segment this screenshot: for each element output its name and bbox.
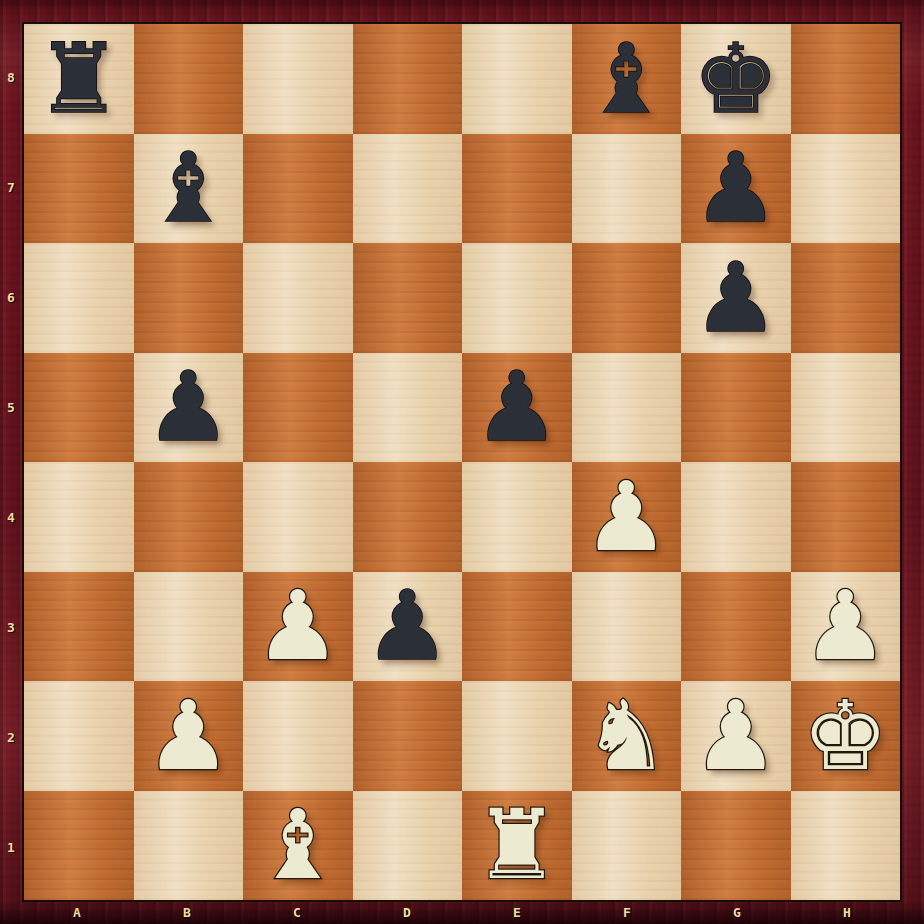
square-d7[interactable] (353, 134, 463, 244)
rank-label-8: 8 (0, 22, 22, 132)
black-pawn[interactable]: ♟ (145, 359, 231, 455)
file-label-a: A (22, 902, 132, 922)
square-b7[interactable]: ♝ (134, 134, 244, 244)
square-b3[interactable] (134, 572, 244, 682)
white-pawn[interactable]: ♟ (583, 469, 669, 565)
white-pawn[interactable]: ♟ (255, 578, 341, 674)
square-c3[interactable]: ♟ (243, 572, 353, 682)
square-d2[interactable] (353, 681, 463, 791)
square-e7[interactable] (462, 134, 572, 244)
square-b8[interactable] (134, 24, 244, 134)
square-c5[interactable] (243, 353, 353, 463)
white-knight[interactable]: ♞ (583, 688, 669, 784)
black-pawn[interactable]: ♟ (693, 250, 779, 346)
square-d6[interactable] (353, 243, 463, 353)
file-label-c: C (242, 902, 352, 922)
file-label-b: B (132, 902, 242, 922)
square-d3[interactable]: ♟ (353, 572, 463, 682)
square-h3[interactable]: ♟ (791, 572, 901, 682)
square-d1[interactable] (353, 791, 463, 901)
square-c4[interactable] (243, 462, 353, 572)
square-a5[interactable] (24, 353, 134, 463)
black-pawn[interactable]: ♟ (364, 578, 450, 674)
square-f2[interactable]: ♞ (572, 681, 682, 791)
black-pawn[interactable]: ♟ (474, 359, 560, 455)
black-bishop[interactable]: ♝ (583, 31, 669, 127)
white-pawn[interactable]: ♟ (802, 578, 888, 674)
file-label-d: D (352, 902, 462, 922)
black-bishop[interactable]: ♝ (145, 140, 231, 236)
square-a1[interactable] (24, 791, 134, 901)
square-c7[interactable] (243, 134, 353, 244)
square-a8[interactable]: ♜ (24, 24, 134, 134)
square-e4[interactable] (462, 462, 572, 572)
square-c6[interactable] (243, 243, 353, 353)
square-f5[interactable] (572, 353, 682, 463)
file-label-h: H (792, 902, 902, 922)
square-g7[interactable]: ♟ (681, 134, 791, 244)
square-b5[interactable]: ♟ (134, 353, 244, 463)
square-f8[interactable]: ♝ (572, 24, 682, 134)
square-f1[interactable] (572, 791, 682, 901)
rank-label-6: 6 (0, 242, 22, 352)
square-b4[interactable] (134, 462, 244, 572)
white-king[interactable]: ♚ (802, 688, 888, 784)
square-c2[interactable] (243, 681, 353, 791)
board-frame: ♜♝♚♝♟♟♟♟♟♟♟♟♟♞♟♚♝♜ 87654321 ABCDEFGH (0, 0, 924, 924)
rank-labels: 87654321 (0, 22, 22, 902)
square-d5[interactable] (353, 353, 463, 463)
black-rook[interactable]: ♜ (36, 31, 122, 127)
file-labels: ABCDEFGH (22, 902, 902, 922)
white-bishop[interactable]: ♝ (255, 797, 341, 893)
square-b6[interactable] (134, 243, 244, 353)
square-h5[interactable] (791, 353, 901, 463)
square-e2[interactable] (462, 681, 572, 791)
square-a4[interactable] (24, 462, 134, 572)
square-e8[interactable] (462, 24, 572, 134)
square-h8[interactable] (791, 24, 901, 134)
chess-board[interactable]: ♜♝♚♝♟♟♟♟♟♟♟♟♟♞♟♚♝♜ (22, 22, 902, 902)
square-e5[interactable]: ♟ (462, 353, 572, 463)
square-h4[interactable] (791, 462, 901, 572)
square-a6[interactable] (24, 243, 134, 353)
square-e3[interactable] (462, 572, 572, 682)
square-h6[interactable] (791, 243, 901, 353)
square-f7[interactable] (572, 134, 682, 244)
square-d4[interactable] (353, 462, 463, 572)
square-h1[interactable] (791, 791, 901, 901)
square-g4[interactable] (681, 462, 791, 572)
square-e1[interactable]: ♜ (462, 791, 572, 901)
black-pawn[interactable]: ♟ (693, 140, 779, 236)
square-g5[interactable] (681, 353, 791, 463)
square-b2[interactable]: ♟ (134, 681, 244, 791)
black-king[interactable]: ♚ (693, 31, 779, 127)
square-f3[interactable] (572, 572, 682, 682)
rank-label-2: 2 (0, 682, 22, 792)
rank-label-3: 3 (0, 572, 22, 682)
rank-label-7: 7 (0, 132, 22, 242)
rank-label-1: 1 (0, 792, 22, 902)
square-c1[interactable]: ♝ (243, 791, 353, 901)
square-d8[interactable] (353, 24, 463, 134)
square-a3[interactable] (24, 572, 134, 682)
rank-label-5: 5 (0, 352, 22, 462)
white-rook[interactable]: ♜ (474, 797, 560, 893)
square-g1[interactable] (681, 791, 791, 901)
file-label-e: E (462, 902, 572, 922)
white-pawn[interactable]: ♟ (693, 688, 779, 784)
square-h2[interactable]: ♚ (791, 681, 901, 791)
square-g8[interactable]: ♚ (681, 24, 791, 134)
square-b1[interactable] (134, 791, 244, 901)
square-g6[interactable]: ♟ (681, 243, 791, 353)
file-label-f: F (572, 902, 682, 922)
square-a2[interactable] (24, 681, 134, 791)
file-label-g: G (682, 902, 792, 922)
square-f4[interactable]: ♟ (572, 462, 682, 572)
square-h7[interactable] (791, 134, 901, 244)
square-g2[interactable]: ♟ (681, 681, 791, 791)
square-g3[interactable] (681, 572, 791, 682)
square-a7[interactable] (24, 134, 134, 244)
square-c8[interactable] (243, 24, 353, 134)
rank-label-4: 4 (0, 462, 22, 572)
white-pawn[interactable]: ♟ (145, 688, 231, 784)
square-f6[interactable] (572, 243, 682, 353)
square-e6[interactable] (462, 243, 572, 353)
